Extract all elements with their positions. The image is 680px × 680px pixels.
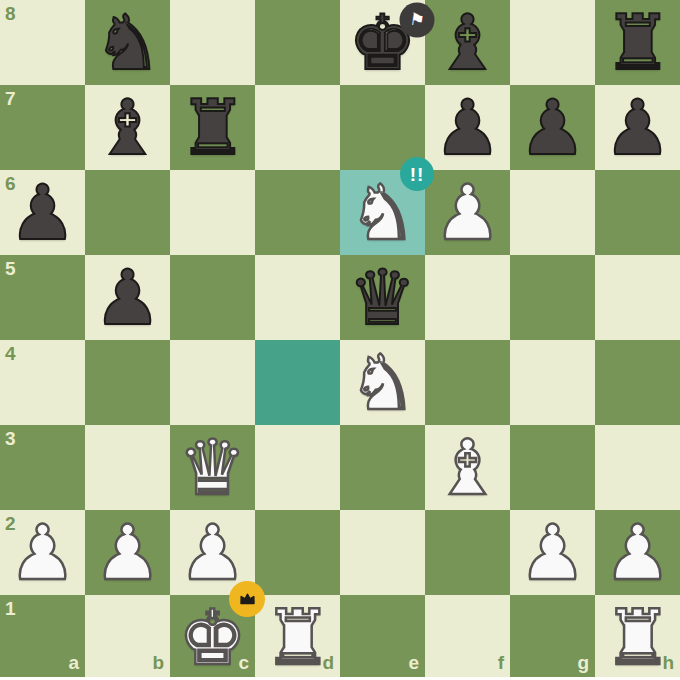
square-g7[interactable]: ♟︎ <box>510 85 595 170</box>
square-f7[interactable]: ♟︎ <box>425 85 510 170</box>
square-g3[interactable] <box>510 425 595 510</box>
square-h7[interactable]: ♟︎ <box>595 85 680 170</box>
square-g8[interactable] <box>510 0 595 85</box>
square-d3[interactable] <box>255 425 340 510</box>
piece-white-rook[interactable]: ♜ <box>263 595 331 680</box>
rank-label-1: 1 <box>5 598 16 620</box>
square-c6[interactable] <box>170 170 255 255</box>
square-g6[interactable] <box>510 170 595 255</box>
square-a8[interactable]: 8 <box>0 0 85 85</box>
piece-white-rook[interactable]: ♜ <box>603 595 671 680</box>
piece-black-knight[interactable]: ♞ <box>93 0 161 85</box>
piece-white-queen[interactable]: ♛ <box>178 425 246 510</box>
square-h4[interactable] <box>595 340 680 425</box>
piece-black-pawn[interactable]: ♟︎ <box>433 85 501 170</box>
piece-black-pawn[interactable]: ♟︎ <box>93 255 161 340</box>
square-d8[interactable] <box>255 0 340 85</box>
square-c5[interactable] <box>170 255 255 340</box>
square-c3[interactable]: ♛ <box>170 425 255 510</box>
square-b8[interactable]: ♞ <box>85 0 170 85</box>
square-f3[interactable]: ♝ <box>425 425 510 510</box>
square-a3[interactable]: 3 <box>0 425 85 510</box>
square-a4[interactable]: 4 <box>0 340 85 425</box>
square-f8[interactable]: ♝ <box>425 0 510 85</box>
square-g4[interactable] <box>510 340 595 425</box>
square-g2[interactable]: ♟︎ <box>510 510 595 595</box>
piece-white-pawn[interactable]: ♟︎ <box>93 510 161 595</box>
file-label-f: f <box>498 652 504 674</box>
square-a5[interactable]: 5 <box>0 255 85 340</box>
piece-black-rook[interactable]: ♜ <box>178 85 246 170</box>
square-d1[interactable]: d♜ <box>255 595 340 680</box>
brilliant-move-badge: !! <box>400 157 434 191</box>
square-b5[interactable]: ♟︎ <box>85 255 170 340</box>
square-e4[interactable]: ♞ <box>340 340 425 425</box>
piece-white-pawn[interactable]: ♟︎ <box>603 510 671 595</box>
square-b4[interactable] <box>85 340 170 425</box>
square-b7[interactable]: ♝ <box>85 85 170 170</box>
piece-black-pawn[interactable]: ♟︎ <box>518 85 586 170</box>
piece-black-pawn[interactable]: ♟︎ <box>8 170 76 255</box>
square-d7[interactable] <box>255 85 340 170</box>
file-label-a: a <box>68 652 79 674</box>
crown-icon <box>238 590 257 609</box>
square-d4[interactable] <box>255 340 340 425</box>
piece-black-bishop[interactable]: ♝ <box>433 0 501 85</box>
square-a2[interactable]: 2♟︎ <box>0 510 85 595</box>
rank-label-7: 7 <box>5 88 16 110</box>
chess-board-container: 8♞♚♝♜7♝♜♟︎♟︎♟︎6♟︎♞♟︎5♟︎♛4♞3♛♝2♟︎♟︎♟︎♟︎♟︎… <box>0 0 680 680</box>
square-c4[interactable] <box>170 340 255 425</box>
chess-board[interactable]: 8♞♚♝♜7♝♜♟︎♟︎♟︎6♟︎♞♟︎5♟︎♛4♞3♛♝2♟︎♟︎♟︎♟︎♟︎… <box>0 0 680 680</box>
rank-label-8: 8 <box>5 3 16 25</box>
piece-white-pawn[interactable]: ♟︎ <box>8 510 76 595</box>
square-b3[interactable] <box>85 425 170 510</box>
file-label-e: e <box>408 652 419 674</box>
square-c7[interactable]: ♜ <box>170 85 255 170</box>
square-a1[interactable]: 1a <box>0 595 85 680</box>
square-b2[interactable]: ♟︎ <box>85 510 170 595</box>
rank-label-5: 5 <box>5 258 16 280</box>
square-g5[interactable] <box>510 255 595 340</box>
square-a7[interactable]: 7 <box>0 85 85 170</box>
brilliant-exclamation-label: !! <box>410 165 425 184</box>
file-label-g: g <box>577 652 589 674</box>
square-e3[interactable] <box>340 425 425 510</box>
rank-label-3: 3 <box>5 428 16 450</box>
square-e5[interactable]: ♛ <box>340 255 425 340</box>
piece-white-pawn[interactable]: ♟︎ <box>178 510 246 595</box>
flag-icon: ⚑ <box>408 11 425 30</box>
piece-white-pawn[interactable]: ♟︎ <box>518 510 586 595</box>
square-h2[interactable]: ♟︎ <box>595 510 680 595</box>
rank-label-4: 4 <box>5 343 16 365</box>
square-d6[interactable] <box>255 170 340 255</box>
square-e1[interactable]: e <box>340 595 425 680</box>
square-f2[interactable] <box>425 510 510 595</box>
square-a6[interactable]: 6♟︎ <box>0 170 85 255</box>
square-h8[interactable]: ♜ <box>595 0 680 85</box>
piece-black-rook[interactable]: ♜ <box>603 0 671 85</box>
square-f1[interactable]: f <box>425 595 510 680</box>
winner-crown-badge <box>229 581 265 617</box>
square-b6[interactable] <box>85 170 170 255</box>
piece-white-knight[interactable]: ♞ <box>348 340 416 425</box>
piece-white-bishop[interactable]: ♝ <box>433 425 501 510</box>
piece-black-queen[interactable]: ♛ <box>348 255 416 340</box>
file-label-b: b <box>152 652 164 674</box>
piece-black-pawn[interactable]: ♟︎ <box>603 85 671 170</box>
piece-white-pawn[interactable]: ♟︎ <box>433 170 501 255</box>
square-d5[interactable] <box>255 255 340 340</box>
square-e2[interactable] <box>340 510 425 595</box>
square-h3[interactable] <box>595 425 680 510</box>
square-c8[interactable] <box>170 0 255 85</box>
square-b1[interactable]: b <box>85 595 170 680</box>
square-f5[interactable] <box>425 255 510 340</box>
square-h5[interactable] <box>595 255 680 340</box>
square-h1[interactable]: h♜ <box>595 595 680 680</box>
square-h6[interactable] <box>595 170 680 255</box>
piece-black-bishop[interactable]: ♝ <box>93 85 161 170</box>
square-g1[interactable]: g <box>510 595 595 680</box>
square-f4[interactable] <box>425 340 510 425</box>
game-over-flag-badge: ⚑ <box>400 3 435 38</box>
square-f6[interactable]: ♟︎ <box>425 170 510 255</box>
square-d2[interactable] <box>255 510 340 595</box>
